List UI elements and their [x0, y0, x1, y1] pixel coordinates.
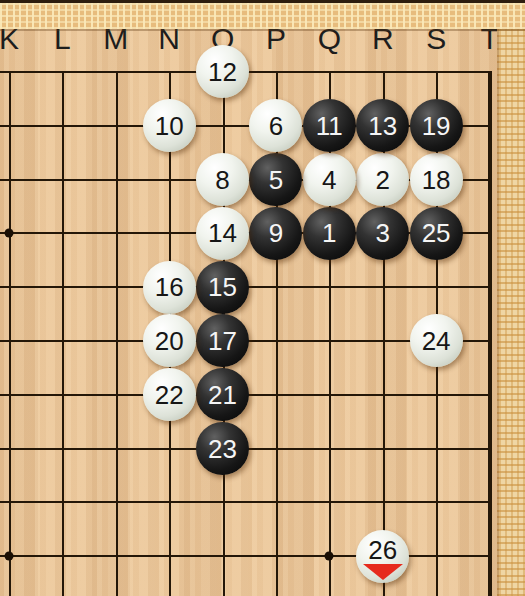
- stone-white-12-O19[interactable]: 12: [196, 45, 249, 98]
- stone-white-16-N15[interactable]: 16: [143, 261, 196, 314]
- stone-white-18-S17[interactable]: 18: [410, 153, 463, 206]
- stone-black-3-R16[interactable]: 3: [356, 207, 409, 260]
- move-number: 9: [269, 220, 283, 246]
- move-number: 23: [208, 436, 237, 462]
- last-move-marker-icon: [363, 564, 403, 580]
- move-number: 18: [422, 167, 451, 193]
- stone-black-5-P17[interactable]: 5: [249, 153, 302, 206]
- move-number: 19: [422, 113, 451, 139]
- move-number: 2: [376, 167, 390, 193]
- move-number: 16: [155, 274, 184, 300]
- move-number: 21: [208, 382, 237, 408]
- move-number: 11: [316, 113, 343, 139]
- move-number: 8: [215, 167, 229, 193]
- stone-black-13-R18[interactable]: 13: [356, 99, 409, 152]
- stone-black-1-Q16[interactable]: 1: [303, 207, 356, 260]
- greek-key-border-top: [0, 0, 525, 29]
- move-number: 10: [155, 113, 184, 139]
- stone-black-11-Q18[interactable]: 11: [303, 99, 356, 152]
- move-number: 1: [322, 220, 336, 246]
- move-number: 22: [155, 382, 184, 408]
- move-number: 26: [368, 537, 397, 563]
- move-number: 6: [269, 113, 283, 139]
- stone-black-25-S16[interactable]: 25: [410, 207, 463, 260]
- stone-white-2-R17[interactable]: 2: [356, 153, 409, 206]
- stone-white-10-N18[interactable]: 10: [143, 99, 196, 152]
- move-number: 3: [376, 220, 390, 246]
- stone-black-21-O13[interactable]: 21: [196, 368, 249, 421]
- move-number: 12: [208, 59, 237, 85]
- stone-white-4-Q17[interactable]: 4: [303, 153, 356, 206]
- stone-white-20-N14[interactable]: 20: [143, 314, 196, 367]
- move-number: 13: [368, 113, 397, 139]
- stone-white-22-N13[interactable]: 22: [143, 368, 196, 421]
- move-number: 5: [269, 167, 283, 193]
- go-board[interactable]: 1234568910111213141516171819202122232425…: [0, 45, 516, 583]
- move-number: 4: [322, 167, 336, 193]
- move-number: 17: [208, 328, 237, 354]
- stone-black-17-O14[interactable]: 17: [196, 314, 249, 367]
- move-number: 14: [208, 220, 237, 246]
- stone-white-24-S14[interactable]: 24: [410, 314, 463, 367]
- stone-white-6-P18[interactable]: 6: [249, 99, 302, 152]
- move-number: 24: [422, 328, 451, 354]
- stone-white-26-R10[interactable]: 26: [356, 530, 409, 583]
- stone-white-8-O17[interactable]: 8: [196, 153, 249, 206]
- move-number: 25: [422, 220, 451, 246]
- stone-black-9-P16[interactable]: 9: [249, 207, 302, 260]
- stone-black-15-O15[interactable]: 15: [196, 261, 249, 314]
- greek-key-border-right: [497, 0, 525, 596]
- stone-white-14-O16[interactable]: 14: [196, 207, 249, 260]
- stone-black-19-S18[interactable]: 19: [410, 99, 463, 152]
- go-app-screen: KLMNOPQRST 12345689101112131415161718192…: [0, 0, 525, 596]
- move-number: 15: [208, 274, 237, 300]
- stone-black-23-O12[interactable]: 23: [196, 422, 249, 475]
- move-number: 20: [155, 328, 184, 354]
